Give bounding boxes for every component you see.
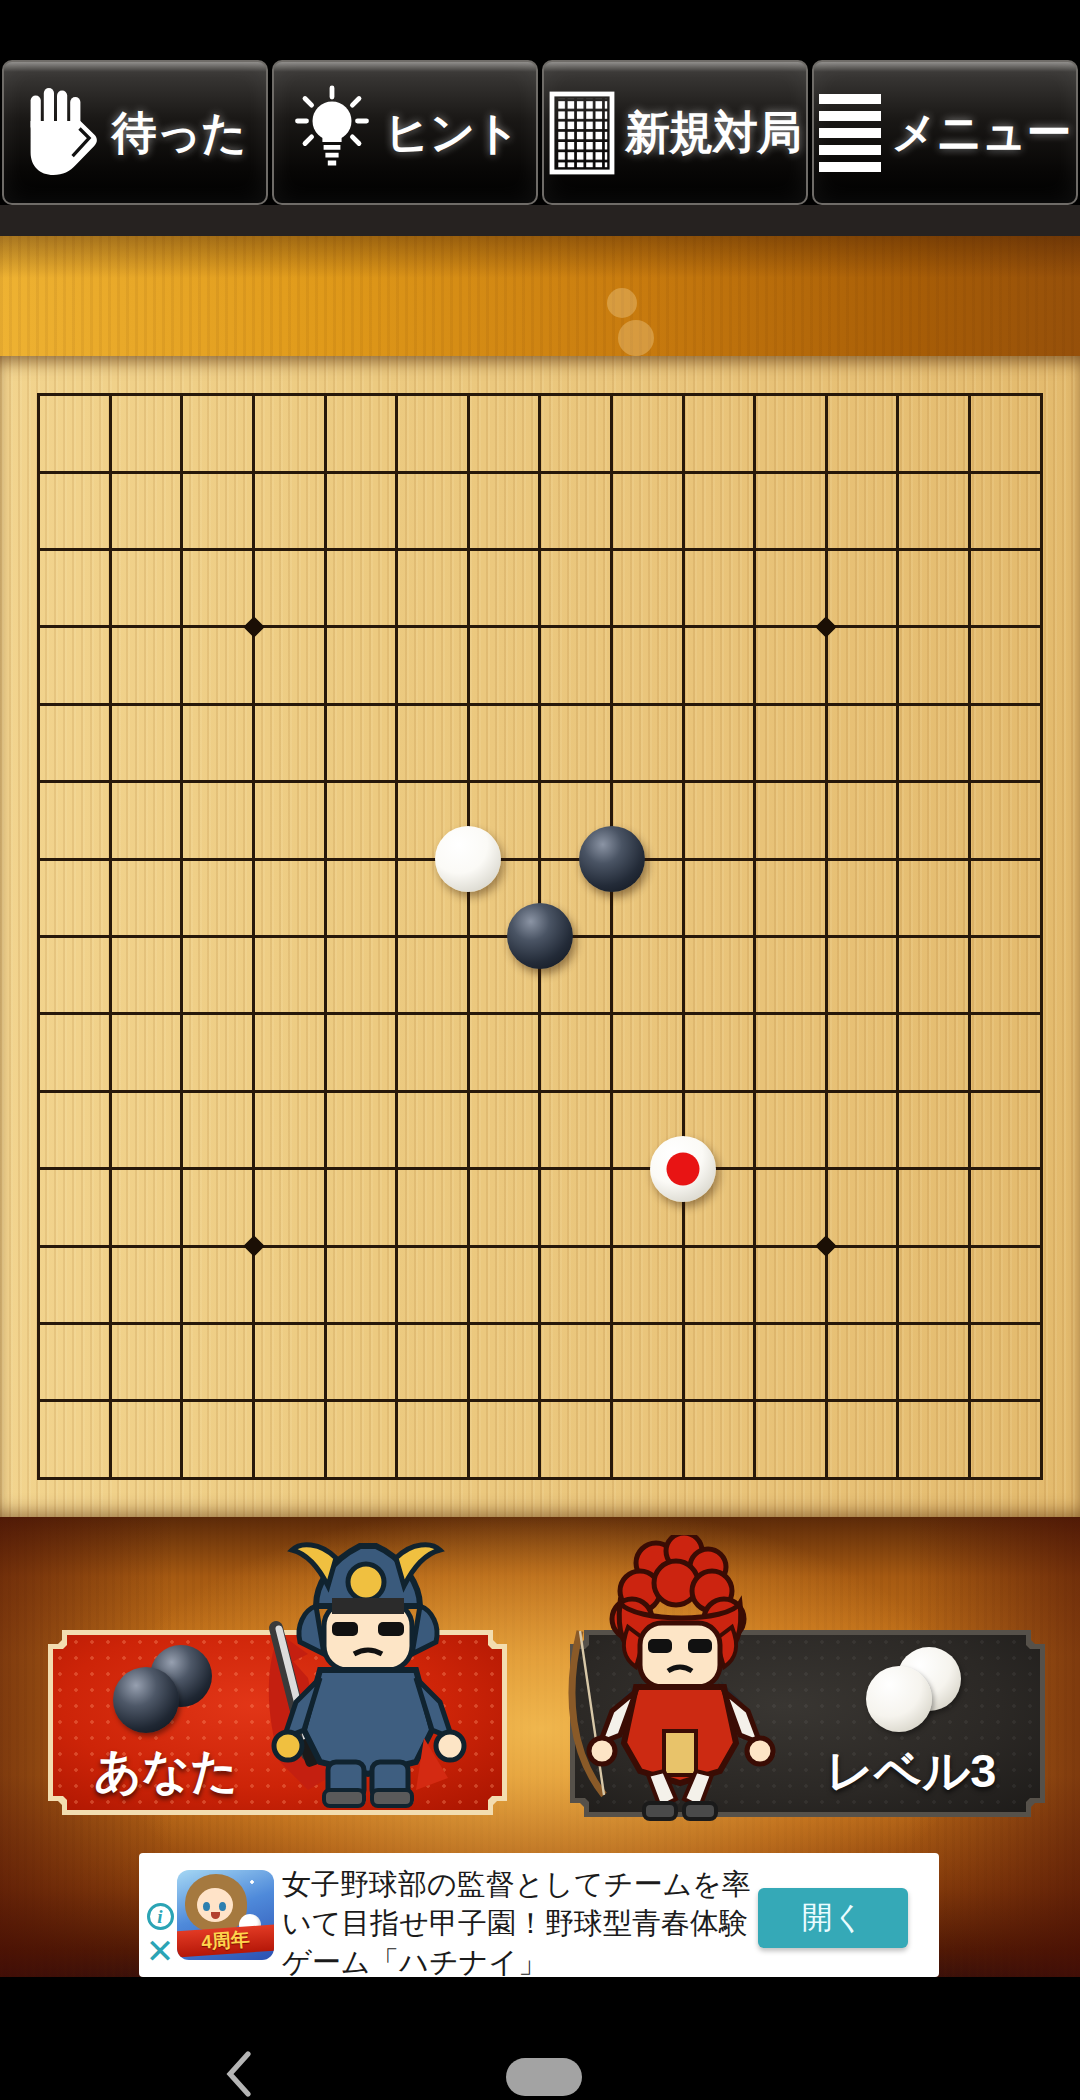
new-game-button-label: 新規対局: [625, 103, 801, 163]
board-point-2-1[interactable]: [75, 356, 147, 433]
board-point-1-7[interactable]: [3, 820, 75, 897]
board-point-6-12[interactable]: [361, 1207, 433, 1284]
board-point-8-7[interactable]: [504, 820, 576, 897]
board-point-11-10[interactable]: [719, 1053, 791, 1130]
board-point-11-4[interactable]: [719, 588, 791, 665]
board-point-13-4[interactable]: [862, 588, 934, 665]
board-point-12-13[interactable]: [791, 1285, 863, 1362]
board-point-8-8[interactable]: [504, 898, 576, 975]
board-point-9-13[interactable]: [576, 1285, 648, 1362]
board-point-3-7[interactable]: [146, 820, 218, 897]
board-point-13-2[interactable]: [862, 433, 934, 510]
board-point-10-12[interactable]: [647, 1207, 719, 1284]
board-point-7-4[interactable]: [433, 588, 505, 665]
board-point-12-12[interactable]: [791, 1207, 863, 1284]
undo-button-label: 待った: [112, 103, 246, 163]
board-point-14-2[interactable]: [934, 433, 1006, 510]
board-point-1-6[interactable]: [3, 743, 75, 820]
board-point-15-3[interactable]: [1005, 511, 1077, 588]
board-point-9-10[interactable]: [576, 1053, 648, 1130]
board-point-15-10[interactable]: [1005, 1053, 1077, 1130]
board-point-9-15[interactable]: [576, 1440, 648, 1517]
board-point-14-7[interactable]: [934, 820, 1006, 897]
ad-text-line: 女子野球部の監督としてチームを率: [282, 1865, 752, 1904]
board-point-13-15[interactable]: [862, 1440, 934, 1517]
white-stones-pair-icon: [866, 1666, 932, 1732]
board-point-3-5[interactable]: [146, 666, 218, 743]
board-point-14-8[interactable]: [934, 898, 1006, 975]
board-point-7-8[interactable]: [433, 898, 505, 975]
board-point-8-9[interactable]: [504, 975, 576, 1052]
board-point-5-1[interactable]: [289, 356, 361, 433]
board-point-6-1[interactable]: [361, 356, 433, 433]
board-point-12-10[interactable]: [791, 1053, 863, 1130]
board-point-4-5[interactable]: [218, 666, 290, 743]
board-point-3-3[interactable]: [146, 511, 218, 588]
board-point-11-3[interactable]: [719, 511, 791, 588]
board-point-2-5[interactable]: [75, 666, 147, 743]
board-point-3-11[interactable]: [146, 1130, 218, 1207]
board-point-12-6[interactable]: [791, 743, 863, 820]
board-point-3-14[interactable]: [146, 1362, 218, 1439]
board-point-1-8[interactable]: [3, 898, 75, 975]
star-point: [243, 616, 264, 637]
board-point-11-9[interactable]: [719, 975, 791, 1052]
board-point-10-6[interactable]: [647, 743, 719, 820]
board-point-10-3[interactable]: [647, 511, 719, 588]
board-point-15-4[interactable]: [1005, 588, 1077, 665]
board-point-7-14[interactable]: [433, 1362, 505, 1439]
hint-button[interactable]: ヒント: [272, 60, 538, 205]
board-point-5-15[interactable]: [289, 1440, 361, 1517]
board-point-8-11[interactable]: [504, 1130, 576, 1207]
undo-button[interactable]: 待った: [2, 60, 268, 205]
board-point-4-9[interactable]: [218, 975, 290, 1052]
player-black-name: あなた: [94, 1740, 238, 1803]
ad-info-icon[interactable]: i: [147, 1903, 174, 1930]
board-point-5-5[interactable]: [289, 666, 361, 743]
board-point-15-2[interactable]: [1005, 433, 1077, 510]
board-point-13-7[interactable]: [862, 820, 934, 897]
board-point-12-9[interactable]: [791, 975, 863, 1052]
board-point-7-10[interactable]: [433, 1053, 505, 1130]
board-point-11-14[interactable]: [719, 1362, 791, 1439]
board-point-13-5[interactable]: [862, 666, 934, 743]
board-point-4-14[interactable]: [218, 1362, 290, 1439]
board-point-2-6[interactable]: [75, 743, 147, 820]
board-point-11-8[interactable]: [719, 898, 791, 975]
board-point-1-5[interactable]: [3, 666, 75, 743]
board-point-5-3[interactable]: [289, 511, 361, 588]
board-point-1-15[interactable]: [3, 1440, 75, 1517]
board-point-5-2[interactable]: [289, 433, 361, 510]
board-point-7-5[interactable]: [433, 666, 505, 743]
board-point-12-4[interactable]: [791, 588, 863, 665]
board-point-8-4[interactable]: [504, 588, 576, 665]
board-point-11-2[interactable]: [719, 433, 791, 510]
new-game-button[interactable]: 新規対局: [542, 60, 808, 205]
board-point-9-2[interactable]: [576, 433, 648, 510]
board-point-7-2[interactable]: [433, 433, 505, 510]
board-point-6-6[interactable]: [361, 743, 433, 820]
board-point-14-14[interactable]: [934, 1362, 1006, 1439]
board-point-14-11[interactable]: [934, 1130, 1006, 1207]
board-point-4-12[interactable]: [218, 1207, 290, 1284]
board-point-1-13[interactable]: [3, 1285, 75, 1362]
board-point-9-9[interactable]: [576, 975, 648, 1052]
board-point-4-11[interactable]: [218, 1130, 290, 1207]
board-point-4-7[interactable]: [218, 820, 290, 897]
board-point-11-7[interactable]: [719, 820, 791, 897]
board-point-12-14[interactable]: [791, 1362, 863, 1439]
board-point-13-9[interactable]: [862, 975, 934, 1052]
board-point-2-11[interactable]: [75, 1130, 147, 1207]
board-point-13-11[interactable]: [862, 1130, 934, 1207]
board-point-8-10[interactable]: [504, 1053, 576, 1130]
board-point-2-4[interactable]: [75, 588, 147, 665]
board-point-4-15[interactable]: [218, 1440, 290, 1517]
board-point-6-15[interactable]: [361, 1440, 433, 1517]
board-point-15-11[interactable]: [1005, 1130, 1077, 1207]
board-point-14-5[interactable]: [934, 666, 1006, 743]
red-samurai-character: [560, 1535, 800, 1825]
board-point-9-5[interactable]: [576, 666, 648, 743]
board-point-9-7[interactable]: [576, 820, 648, 897]
board-point-6-7[interactable]: [361, 820, 433, 897]
board-point-2-2[interactable]: [75, 433, 147, 510]
board-point-7-12[interactable]: [433, 1207, 505, 1284]
board-point-15-6[interactable]: [1005, 743, 1077, 820]
board-point-13-10[interactable]: [862, 1053, 934, 1130]
go-board-icon: [549, 91, 615, 175]
board-point-8-2[interactable]: [504, 433, 576, 510]
blue-samurai-character: [248, 1538, 488, 1818]
board-point-4-8[interactable]: [218, 898, 290, 975]
board-point-11-11[interactable]: [719, 1130, 791, 1207]
ad-banner[interactable]: i ✕ 4周年 女子野球部の監督としてチームを率 いて目指せ甲子園！野球型青春体…: [139, 1853, 939, 1977]
board-point-1-12[interactable]: [3, 1207, 75, 1284]
board-point-11-15[interactable]: [719, 1440, 791, 1517]
board-point-9-11[interactable]: [576, 1130, 648, 1207]
nav-home-pill[interactable]: [506, 2058, 582, 2096]
board-point-10-9[interactable]: [647, 975, 719, 1052]
bokeh-circle: [607, 288, 637, 318]
board-point-10-15[interactable]: [647, 1440, 719, 1517]
board-point-1-11[interactable]: [3, 1130, 75, 1207]
board-point-3-10[interactable]: [146, 1053, 218, 1130]
board-point-14-1[interactable]: [934, 356, 1006, 433]
board-point-3-4[interactable]: [146, 588, 218, 665]
board-point-8-12[interactable]: [504, 1207, 576, 1284]
board-point-2-3[interactable]: [75, 511, 147, 588]
white-stone: [435, 826, 501, 892]
ad-anniversary-ribbon: 4周年: [177, 1924, 274, 1957]
board-point-15-15[interactable]: [1005, 1440, 1077, 1517]
star-point: [816, 616, 837, 637]
board-point-2-15[interactable]: [75, 1440, 147, 1517]
board-point-7-9[interactable]: [433, 975, 505, 1052]
board-point-5-13[interactable]: [289, 1285, 361, 1362]
board-point-5-14[interactable]: [289, 1362, 361, 1439]
last-move-marker: [667, 1152, 700, 1185]
board-point-2-10[interactable]: [75, 1053, 147, 1130]
board-point-9-12[interactable]: [576, 1207, 648, 1284]
white-stone: [650, 1136, 716, 1202]
board-point-1-14[interactable]: [3, 1362, 75, 1439]
board-point-4-6[interactable]: [218, 743, 290, 820]
board-point-5-11[interactable]: [289, 1130, 361, 1207]
board-point-14-9[interactable]: [934, 975, 1006, 1052]
go-board-grid: [3, 356, 1077, 1517]
board-point-5-4[interactable]: [289, 588, 361, 665]
star-point: [816, 1235, 837, 1256]
board-point-14-6[interactable]: [934, 743, 1006, 820]
ad-text: 女子野球部の監督としてチームを率 いて目指せ甲子園！野球型青春体験 ゲーム「ハチ…: [282, 1865, 752, 1982]
board-point-4-13[interactable]: [218, 1285, 290, 1362]
board-point-12-5[interactable]: [791, 666, 863, 743]
board-point-6-3[interactable]: [361, 511, 433, 588]
board-point-13-6[interactable]: [862, 743, 934, 820]
black-stones-pair-icon: [113, 1667, 179, 1733]
board-point-9-8[interactable]: [576, 898, 648, 975]
board-point-14-10[interactable]: [934, 1053, 1006, 1130]
ad-thumbnail[interactable]: 4周年: [177, 1870, 274, 1960]
menu-button[interactable]: メニュー: [812, 60, 1078, 205]
board-point-10-13[interactable]: [647, 1285, 719, 1362]
board-point-10-10[interactable]: [647, 1053, 719, 1130]
bokeh-circle: [618, 320, 654, 356]
board-point-15-8[interactable]: [1005, 898, 1077, 975]
board-point-3-13[interactable]: [146, 1285, 218, 1362]
board-point-13-13[interactable]: [862, 1285, 934, 1362]
board-point-7-6[interactable]: [433, 743, 505, 820]
board-point-6-10[interactable]: [361, 1053, 433, 1130]
board-point-12-15[interactable]: [791, 1440, 863, 1517]
board-point-14-12[interactable]: [934, 1207, 1006, 1284]
board-point-15-12[interactable]: [1005, 1207, 1077, 1284]
status-bar: [0, 0, 1080, 60]
board-point-6-8[interactable]: [361, 898, 433, 975]
board-point-9-14[interactable]: [576, 1362, 648, 1439]
board-point-6-2[interactable]: [361, 433, 433, 510]
board-point-7-7[interactable]: [433, 820, 505, 897]
board-point-15-7[interactable]: [1005, 820, 1077, 897]
board-point-12-7[interactable]: [791, 820, 863, 897]
board-point-2-13[interactable]: [75, 1285, 147, 1362]
board-point-12-8[interactable]: [791, 898, 863, 975]
background-band-top: [0, 236, 1080, 356]
board-point-5-10[interactable]: [289, 1053, 361, 1130]
board-point-1-2[interactable]: [3, 433, 75, 510]
board-point-5-8[interactable]: [289, 898, 361, 975]
board-point-9-6[interactable]: [576, 743, 648, 820]
board-point-8-5[interactable]: [504, 666, 576, 743]
board-point-10-2[interactable]: [647, 433, 719, 510]
board-point-4-2[interactable]: [218, 433, 290, 510]
board-point-4-1[interactable]: [218, 356, 290, 433]
board-point-6-14[interactable]: [361, 1362, 433, 1439]
board-point-12-3[interactable]: [791, 511, 863, 588]
board-point-3-1[interactable]: [146, 356, 218, 433]
board-point-4-3[interactable]: [218, 511, 290, 588]
board-point-1-3[interactable]: [3, 511, 75, 588]
board-point-10-11[interactable]: [647, 1130, 719, 1207]
board-point-8-13[interactable]: [504, 1285, 576, 1362]
board-point-13-3[interactable]: [862, 511, 934, 588]
ad-text-line: いて目指せ甲子園！野球型青春体験: [282, 1904, 752, 1943]
board-point-13-1[interactable]: [862, 356, 934, 433]
board-point-2-14[interactable]: [75, 1362, 147, 1439]
board-point-7-13[interactable]: [433, 1285, 505, 1362]
board-point-13-14[interactable]: [862, 1362, 934, 1439]
board-point-15-14[interactable]: [1005, 1362, 1077, 1439]
board-point-1-1[interactable]: [3, 356, 75, 433]
board-point-8-1[interactable]: [504, 356, 576, 433]
board-point-8-3[interactable]: [504, 511, 576, 588]
board-point-11-5[interactable]: [719, 666, 791, 743]
board-point-1-9[interactable]: [3, 975, 75, 1052]
star-point: [243, 1235, 264, 1256]
hint-button-label: ヒント: [384, 103, 519, 163]
board-point-9-4[interactable]: [576, 588, 648, 665]
board-point-11-12[interactable]: [719, 1207, 791, 1284]
board-point-3-15[interactable]: [146, 1440, 218, 1517]
board-point-10-14[interactable]: [647, 1362, 719, 1439]
board-point-9-1[interactable]: [576, 356, 648, 433]
board-point-4-10[interactable]: [218, 1053, 290, 1130]
board-point-2-12[interactable]: [75, 1207, 147, 1284]
board-point-6-4[interactable]: [361, 588, 433, 665]
ad-open-button[interactable]: 開く: [758, 1888, 908, 1948]
board-point-2-9[interactable]: [75, 975, 147, 1052]
board-point-3-12[interactable]: [146, 1207, 218, 1284]
toolbar: 待った ヒント: [0, 60, 1080, 205]
player-white-name: レベル3: [826, 1740, 996, 1803]
board-point-2-7[interactable]: [75, 820, 147, 897]
board-point-12-2[interactable]: [791, 433, 863, 510]
board-point-10-1[interactable]: [647, 356, 719, 433]
board-point-14-3[interactable]: [934, 511, 1006, 588]
board-point-1-10[interactable]: [3, 1053, 75, 1130]
board-point-14-15[interactable]: [934, 1440, 1006, 1517]
board-point-7-3[interactable]: [433, 511, 505, 588]
board-point-5-9[interactable]: [289, 975, 361, 1052]
board-point-14-13[interactable]: [934, 1285, 1006, 1362]
board-point-6-13[interactable]: [361, 1285, 433, 1362]
board-point-8-14[interactable]: [504, 1362, 576, 1439]
board-point-6-9[interactable]: [361, 975, 433, 1052]
board-point-3-6[interactable]: [146, 743, 218, 820]
board-point-11-1[interactable]: [719, 356, 791, 433]
ad-badge: 4周年: [200, 1926, 250, 1955]
board-point-5-12[interactable]: [289, 1207, 361, 1284]
board-point-10-5[interactable]: [647, 666, 719, 743]
board-point-10-8[interactable]: [647, 898, 719, 975]
board-point-7-15[interactable]: [433, 1440, 505, 1517]
black-stone: [579, 826, 645, 892]
board-point-5-6[interactable]: [289, 743, 361, 820]
board-point-7-1[interactable]: [433, 356, 505, 433]
board-point-11-6[interactable]: [719, 743, 791, 820]
board-point-8-15[interactable]: [504, 1440, 576, 1517]
toolbar-under-strip: [0, 205, 1080, 236]
board-point-5-7[interactable]: [289, 820, 361, 897]
menu-icon: [819, 94, 881, 172]
black-stone: [507, 903, 573, 969]
board-point-10-7[interactable]: [647, 820, 719, 897]
hand-icon: [24, 85, 102, 181]
board-point-7-11[interactable]: [433, 1130, 505, 1207]
lightbulb-icon: [290, 85, 374, 181]
board-point-2-8[interactable]: [75, 898, 147, 975]
bow: [572, 1631, 604, 1795]
board-point-8-6[interactable]: [504, 743, 576, 820]
board-point-15-9[interactable]: [1005, 975, 1077, 1052]
board-point-4-4[interactable]: [218, 588, 290, 665]
board-point-3-8[interactable]: [146, 898, 218, 975]
board-point-13-8[interactable]: [862, 898, 934, 975]
board-point-3-9[interactable]: [146, 975, 218, 1052]
board-point-9-3[interactable]: [576, 511, 648, 588]
board-point-12-11[interactable]: [791, 1130, 863, 1207]
board-point-1-4[interactable]: [3, 588, 75, 665]
board-point-11-13[interactable]: [719, 1285, 791, 1362]
nav-back-button[interactable]: [222, 2050, 256, 2100]
board-point-13-12[interactable]: [862, 1207, 934, 1284]
board-point-15-5[interactable]: [1005, 666, 1077, 743]
menu-button-label: メニュー: [891, 103, 1070, 163]
board-point-6-5[interactable]: [361, 666, 433, 743]
ad-close-icon[interactable]: ✕: [143, 1934, 177, 1968]
board-point-15-13[interactable]: [1005, 1285, 1077, 1362]
board-point-10-4[interactable]: [647, 588, 719, 665]
board-point-6-11[interactable]: [361, 1130, 433, 1207]
board-point-14-4[interactable]: [934, 588, 1006, 665]
board-point-12-1[interactable]: [791, 356, 863, 433]
board-point-3-2[interactable]: [146, 433, 218, 510]
board-point-15-1[interactable]: [1005, 356, 1077, 433]
